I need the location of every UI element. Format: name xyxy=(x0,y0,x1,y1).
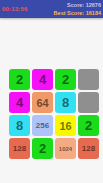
tile-8-r2c3: 8 xyxy=(55,92,76,113)
tile-64-r2c2: 64 xyxy=(32,92,53,113)
tile-2-r1c3: 2 xyxy=(55,69,76,90)
tile-8-r3c1: 8 xyxy=(9,115,30,136)
empty-cell-r2c4 xyxy=(78,92,99,113)
tile-2-r3c4: 2 xyxy=(78,115,99,136)
tile-128-r4c1: 128 xyxy=(9,138,30,159)
tile-256-r3c2: 256 xyxy=(32,115,53,136)
tile-16-r3c3: 16 xyxy=(55,115,76,136)
tile-2-r1c1: 2 xyxy=(9,69,30,90)
tile-2-r4c2: 2 xyxy=(32,138,53,159)
score-panel: Score: 12676 Best Score: 16184 xyxy=(54,1,101,17)
current-score: Score: 12676 xyxy=(67,1,101,9)
empty-cell-r1c4 xyxy=(78,69,99,90)
game-board-2048[interactable]: 2424648825616212821024128 xyxy=(9,69,99,159)
tile-4-r1c2: 4 xyxy=(32,69,53,90)
tile-128-r4c4: 128 xyxy=(78,138,99,159)
app-top-bar: 00:13:56 Score: 12676 Best Score: 16184 xyxy=(0,0,103,18)
tile-1024-r4c3: 1024 xyxy=(55,138,76,159)
best-score: Best Score: 16184 xyxy=(54,9,101,17)
game-timer: 00:13:56 xyxy=(2,6,28,12)
tile-4-r2c1: 4 xyxy=(9,92,30,113)
